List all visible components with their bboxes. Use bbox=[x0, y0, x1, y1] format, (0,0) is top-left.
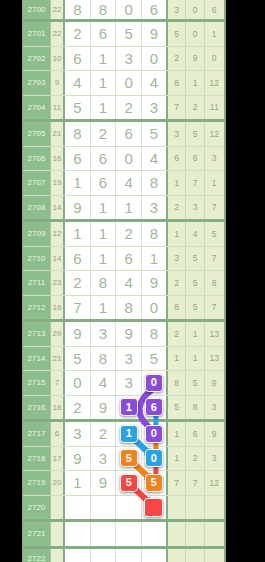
digit-sum: 16 bbox=[51, 296, 65, 320]
stat-value: 1 bbox=[168, 171, 187, 195]
draw-digit-cell[interactable]: 8 bbox=[91, 271, 117, 295]
issue-number: 2700 bbox=[23, 0, 51, 19]
table-row: 2718179350123 bbox=[23, 447, 224, 472]
draw-digit-cell[interactable] bbox=[116, 496, 142, 520]
draw-digit-cell[interactable]: 5 bbox=[142, 122, 168, 146]
draw-digit-cell[interactable]: 2 bbox=[116, 96, 142, 120]
stat-value: 1 bbox=[205, 171, 224, 195]
digit-sum: 22 bbox=[51, 0, 65, 19]
digit-sum: 10 bbox=[51, 47, 65, 71]
draw-digit-cell[interactable]: 3 bbox=[91, 322, 117, 346]
draw-digit-cell[interactable]: 5 bbox=[116, 447, 142, 471]
table-row: 2710146161357 bbox=[23, 247, 224, 272]
digit-sum: 23 bbox=[51, 271, 65, 295]
stat-value: 3 bbox=[168, 122, 187, 146]
draw-digit-cell[interactable] bbox=[142, 522, 168, 546]
draw-digit-cell[interactable]: 0 bbox=[142, 296, 168, 320]
highlighted-digit-badge[interactable]: 5 bbox=[120, 474, 138, 492]
draw-digit-cell[interactable]: 1 bbox=[116, 422, 142, 446]
draw-digit-cell[interactable] bbox=[65, 549, 91, 562]
draw-digit-cell[interactable]: 9 bbox=[91, 471, 117, 495]
draw-digit-cell[interactable]: 9 bbox=[65, 322, 91, 346]
draw-digit-cell[interactable]: 1 bbox=[91, 196, 117, 220]
table-row: 27052182653512 bbox=[23, 122, 224, 147]
table-row: 2722 bbox=[23, 549, 224, 562]
digit-sum: 16 bbox=[51, 147, 65, 171]
draw-digit-cell[interactable] bbox=[65, 522, 91, 546]
draw-digit-cell[interactable]: 0 bbox=[116, 71, 142, 95]
digit-sum: 11 bbox=[51, 96, 65, 120]
draw-digit-cell[interactable]: 6 bbox=[65, 47, 91, 71]
stat-value: 9 bbox=[205, 422, 224, 446]
digit-sum: 9 bbox=[51, 71, 65, 95]
issue-number: 2701 bbox=[23, 22, 51, 46]
draw-digit-cell[interactable]: 2 bbox=[65, 396, 91, 420]
draw-digit-cell[interactable]: 6 bbox=[91, 171, 117, 195]
draw-digit-cell[interactable]: 6 bbox=[116, 122, 142, 146]
stat-value: 5 bbox=[205, 222, 224, 246]
stat-value: 6 bbox=[168, 147, 187, 171]
draw-digit-cell[interactable]: 1 bbox=[142, 247, 168, 271]
stat-value: 0 bbox=[186, 22, 205, 46]
stat-value: 1 bbox=[186, 71, 205, 95]
draw-digit-cell[interactable]: 6 bbox=[65, 247, 91, 271]
draw-digit-cell[interactable] bbox=[91, 522, 117, 546]
next-draw-marker[interactable] bbox=[144, 498, 163, 517]
draw-digit-cell[interactable]: 3 bbox=[116, 371, 142, 395]
draw-digit-cell[interactable]: 4 bbox=[142, 147, 168, 171]
draw-digit-cell[interactable]: 0 bbox=[142, 422, 168, 446]
stat-value: 7 bbox=[205, 196, 224, 220]
table-row: 27041151237211 bbox=[23, 96, 224, 123]
issue-number: 2712 bbox=[23, 296, 51, 320]
draw-digit-cell[interactable] bbox=[116, 522, 142, 546]
draw-digit-cell[interactable]: 0 bbox=[116, 0, 142, 19]
stat-value: 2 bbox=[168, 271, 187, 295]
stat-value: 8 bbox=[168, 296, 187, 320]
draw-digit-cell[interactable]: 6 bbox=[65, 147, 91, 171]
draw-digit-cell[interactable]: 4 bbox=[142, 71, 168, 95]
issue-number: 2718 bbox=[23, 447, 51, 471]
stat-value: 5 bbox=[186, 122, 205, 146]
draw-digit-cell[interactable]: 4 bbox=[116, 171, 142, 195]
table-row: 2712167180857 bbox=[23, 296, 224, 323]
issue-number: 2715 bbox=[23, 371, 51, 395]
issue-number: 2709 bbox=[23, 222, 51, 246]
draw-digit-cell[interactable] bbox=[142, 496, 168, 520]
table-row: 2708149113237 bbox=[23, 196, 224, 223]
stat-value: 7 bbox=[168, 471, 187, 495]
digit-sum: 14 bbox=[51, 196, 65, 220]
stat-value: 12 bbox=[205, 71, 224, 95]
stat-value: 7 bbox=[205, 247, 224, 271]
draw-digit-cell[interactable]: 3 bbox=[142, 196, 168, 220]
stat-value bbox=[205, 522, 224, 546]
highlighted-digit-badge[interactable]: 0 bbox=[145, 425, 163, 443]
issue-number: 2719 bbox=[23, 471, 51, 495]
draw-digit-cell[interactable]: 8 bbox=[65, 0, 91, 19]
digit-sum: 29 bbox=[51, 322, 65, 346]
draw-digit-cell[interactable]: 2 bbox=[116, 222, 142, 246]
draw-digit-cell[interactable]: 9 bbox=[142, 22, 168, 46]
draw-digit-cell[interactable]: 5 bbox=[116, 22, 142, 46]
digit-sum bbox=[51, 549, 65, 562]
digit-sum: 18 bbox=[51, 396, 65, 420]
draw-digit-cell[interactable]: 6 bbox=[91, 22, 117, 46]
digit-sum bbox=[51, 496, 65, 520]
stat-value bbox=[168, 496, 187, 520]
digit-sum: 7 bbox=[51, 371, 65, 395]
draw-digit-cell[interactable]: 8 bbox=[91, 0, 117, 19]
draw-digit-cell[interactable]: 1 bbox=[65, 222, 91, 246]
draw-digit-cell[interactable]: 2 bbox=[65, 22, 91, 46]
draw-digit-cell[interactable]: 1 bbox=[91, 296, 117, 320]
digit-sum: 12 bbox=[51, 222, 65, 246]
stat-value: 2 bbox=[168, 47, 187, 71]
issue-number: 2717 bbox=[23, 422, 51, 446]
stat-value: 2 bbox=[186, 96, 205, 120]
draw-digit-cell[interactable]: 3 bbox=[116, 347, 142, 371]
digit-sum: 6 bbox=[51, 422, 65, 446]
draw-digit-cell[interactable]: 2 bbox=[65, 271, 91, 295]
stat-value bbox=[186, 496, 205, 520]
stat-value: 2 bbox=[168, 196, 187, 220]
issue-number: 2707 bbox=[23, 171, 51, 195]
draw-digit-cell[interactable]: 3 bbox=[142, 96, 168, 120]
draw-digit-cell[interactable]: 8 bbox=[142, 171, 168, 195]
draw-digit-cell[interactable] bbox=[142, 549, 168, 562]
stat-value: 3 bbox=[168, 0, 187, 19]
draw-digit-cell[interactable]: 0 bbox=[65, 371, 91, 395]
stat-value: 12 bbox=[205, 471, 224, 495]
table-row: 2721 bbox=[23, 522, 224, 549]
draw-digit-cell[interactable]: 1 bbox=[65, 171, 91, 195]
stat-value: 3 bbox=[205, 147, 224, 171]
stat-value: 5 bbox=[168, 22, 187, 46]
draw-digit-cell[interactable]: 8 bbox=[116, 296, 142, 320]
stat-value: 0 bbox=[186, 0, 205, 19]
table-row: 2702106130290 bbox=[23, 47, 224, 72]
stat-value: 5 bbox=[186, 371, 205, 395]
draw-digit-cell[interactable]: 0 bbox=[142, 447, 168, 471]
draw-digit-cell[interactable] bbox=[91, 549, 117, 562]
draw-digit-cell[interactable]: 4 bbox=[65, 71, 91, 95]
issue-number: 2710 bbox=[23, 247, 51, 271]
stat-value: 7 bbox=[186, 471, 205, 495]
stat-value bbox=[168, 549, 187, 562]
lottery-trend-screen: { "game": "lottery-4-digit-trend-chart",… bbox=[0, 0, 265, 562]
stat-value: 6 bbox=[186, 422, 205, 446]
trend-table: 2700228806306270122265950127021061302902… bbox=[22, 0, 226, 562]
draw-digit-cell[interactable]: 9 bbox=[116, 322, 142, 346]
draw-digit-cell[interactable]: 8 bbox=[142, 222, 168, 246]
draw-digit-cell[interactable]: 0 bbox=[142, 371, 168, 395]
issue-number: 2703 bbox=[23, 71, 51, 95]
table-row: 2709121128145 bbox=[23, 222, 224, 247]
table-row: 271763210169 bbox=[23, 422, 224, 447]
draw-digit-cell[interactable]: 1 bbox=[91, 96, 117, 120]
digit-sum: 19 bbox=[51, 171, 65, 195]
stat-value: 2 bbox=[168, 322, 187, 346]
stat-value: 6 bbox=[186, 147, 205, 171]
issue-number: 2713 bbox=[23, 322, 51, 346]
draw-digit-cell[interactable]: 0 bbox=[116, 147, 142, 171]
table-row: 271570430859 bbox=[23, 371, 224, 396]
issue-number: 2702 bbox=[23, 47, 51, 71]
draw-digit-cell[interactable]: 8 bbox=[142, 322, 168, 346]
draw-digit-cell[interactable]: 1 bbox=[116, 196, 142, 220]
draw-digit-cell[interactable]: 9 bbox=[65, 196, 91, 220]
issue-number: 2722 bbox=[23, 549, 51, 562]
table-row: 2700228806306 bbox=[23, 0, 224, 22]
draw-digit-cell[interactable]: 6 bbox=[91, 147, 117, 171]
stat-value bbox=[186, 522, 205, 546]
draw-digit-cell[interactable]: 7 bbox=[65, 296, 91, 320]
draw-digit-cell[interactable]: 1 bbox=[65, 471, 91, 495]
draw-digit-cell[interactable]: 5 bbox=[65, 347, 91, 371]
stat-value: 12 bbox=[205, 122, 224, 146]
stat-value: 0 bbox=[205, 47, 224, 71]
digit-sum: 21 bbox=[51, 347, 65, 371]
draw-digit-cell[interactable]: 6 bbox=[116, 247, 142, 271]
table-row: 27132993982113 bbox=[23, 322, 224, 347]
issue-number: 2708 bbox=[23, 196, 51, 220]
stat-value: 5 bbox=[186, 296, 205, 320]
draw-digit-cell[interactable]: 1 bbox=[91, 47, 117, 71]
draw-digit-cell[interactable]: 5 bbox=[116, 471, 142, 495]
stat-value: 8 bbox=[186, 396, 205, 420]
table-row: 2707191648171 bbox=[23, 171, 224, 196]
stat-value: 1 bbox=[168, 347, 187, 371]
digit-sum bbox=[51, 522, 65, 546]
table-row: 2703941048112 bbox=[23, 71, 224, 96]
stat-value: 8 bbox=[168, 371, 187, 395]
highlighted-digit-badge[interactable]: 5 bbox=[120, 449, 138, 467]
draw-digit-cell[interactable]: 0 bbox=[142, 47, 168, 71]
draw-digit-cell[interactable]: 1 bbox=[91, 71, 117, 95]
digit-sum: 21 bbox=[51, 122, 65, 146]
draw-digit-cell[interactable]: 2 bbox=[91, 122, 117, 146]
draw-digit-cell[interactable]: 9 bbox=[142, 271, 168, 295]
draw-digit-cell[interactable] bbox=[91, 496, 117, 520]
table-row: 27192019557712 bbox=[23, 471, 224, 496]
stat-value bbox=[186, 549, 205, 562]
highlighted-digit-badge[interactable]: 0 bbox=[145, 374, 163, 392]
stat-value bbox=[205, 549, 224, 562]
draw-digit-cell[interactable]: 5 bbox=[142, 347, 168, 371]
draw-digit-cell[interactable]: 3 bbox=[65, 422, 91, 446]
digit-sum: 22 bbox=[51, 22, 65, 46]
table-row: 2706166604663 bbox=[23, 147, 224, 172]
stat-value: 1 bbox=[186, 347, 205, 371]
digit-sum: 17 bbox=[51, 447, 65, 471]
stat-value: 1 bbox=[168, 222, 187, 246]
stat-value: 13 bbox=[205, 322, 224, 346]
draw-digit-cell[interactable]: 8 bbox=[65, 122, 91, 146]
table-row: 27142158351113 bbox=[23, 347, 224, 372]
table-row: 2720 bbox=[23, 496, 224, 523]
draw-digit-cell[interactable]: 5 bbox=[142, 471, 168, 495]
table-row: 2701222659501 bbox=[23, 22, 224, 47]
stat-value: 6 bbox=[205, 0, 224, 19]
draw-digit-cell[interactable]: 5 bbox=[65, 96, 91, 120]
stat-value: 3 bbox=[168, 247, 187, 271]
draw-digit-cell[interactable] bbox=[65, 496, 91, 520]
issue-number: 2721 bbox=[23, 522, 51, 546]
draw-digit-cell[interactable]: 8 bbox=[91, 347, 117, 371]
stat-value: 7 bbox=[186, 171, 205, 195]
draw-digit-cell[interactable]: 3 bbox=[116, 47, 142, 71]
stat-value: 1 bbox=[168, 447, 187, 471]
draw-digit-cell[interactable]: 6 bbox=[142, 396, 168, 420]
stat-value: 1 bbox=[186, 322, 205, 346]
stat-value: 9 bbox=[186, 47, 205, 71]
highlighted-digit-badge[interactable]: 1 bbox=[120, 398, 138, 416]
issue-number: 2705 bbox=[23, 122, 51, 146]
stat-value: 5 bbox=[186, 271, 205, 295]
stat-value bbox=[205, 496, 224, 520]
draw-digit-cell[interactable] bbox=[116, 549, 142, 562]
stat-value: 8 bbox=[205, 271, 224, 295]
draw-digit-cell[interactable]: 1 bbox=[91, 222, 117, 246]
stat-value: 11 bbox=[205, 96, 224, 120]
stat-value: 3 bbox=[186, 196, 205, 220]
draw-digit-cell[interactable]: 1 bbox=[116, 396, 142, 420]
issue-number: 2706 bbox=[23, 147, 51, 171]
stat-value: 5 bbox=[168, 396, 187, 420]
draw-digit-cell[interactable]: 1 bbox=[91, 247, 117, 271]
issue-number: 2716 bbox=[23, 396, 51, 420]
highlighted-digit-badge[interactable]: 5 bbox=[145, 474, 163, 492]
stat-value: 1 bbox=[168, 422, 187, 446]
highlighted-digit-badge[interactable]: 6 bbox=[145, 398, 163, 416]
stat-value: 13 bbox=[205, 347, 224, 371]
draw-digit-cell[interactable]: 9 bbox=[65, 447, 91, 471]
draw-digit-cell[interactable]: 9 bbox=[91, 396, 117, 420]
stat-value: 8 bbox=[168, 71, 187, 95]
stat-value: 5 bbox=[186, 247, 205, 271]
draw-digit-cell[interactable]: 2 bbox=[91, 422, 117, 446]
issue-number: 2714 bbox=[23, 347, 51, 371]
stat-value: 4 bbox=[186, 222, 205, 246]
draw-digit-cell[interactable]: 6 bbox=[142, 0, 168, 19]
table-row: 2711232849258 bbox=[23, 271, 224, 296]
stat-value: 3 bbox=[205, 396, 224, 420]
stat-value: 1 bbox=[205, 22, 224, 46]
stat-value: 9 bbox=[205, 371, 224, 395]
highlighted-digit-badge[interactable]: 0 bbox=[145, 449, 163, 467]
stat-value: 2 bbox=[186, 447, 205, 471]
draw-digit-cell[interactable]: 4 bbox=[116, 271, 142, 295]
issue-number: 2704 bbox=[23, 96, 51, 120]
stat-value: 3 bbox=[205, 447, 224, 471]
highlighted-digit-badge[interactable]: 1 bbox=[120, 425, 138, 443]
issue-number: 2720 bbox=[23, 496, 51, 520]
digit-sum: 20 bbox=[51, 471, 65, 495]
draw-digit-cell[interactable]: 3 bbox=[91, 447, 117, 471]
issue-number: 2711 bbox=[23, 271, 51, 295]
draw-digit-cell[interactable]: 4 bbox=[91, 371, 117, 395]
stat-value bbox=[168, 522, 187, 546]
stat-value: 7 bbox=[168, 96, 187, 120]
digit-sum: 14 bbox=[51, 247, 65, 271]
table-row: 2716182916583 bbox=[23, 396, 224, 423]
stat-value: 7 bbox=[205, 296, 224, 320]
